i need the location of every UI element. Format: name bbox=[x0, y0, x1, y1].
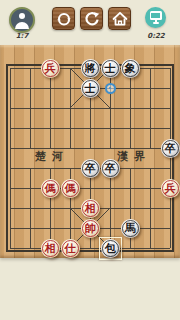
piece-red-advisor[interactable]: 仕 bbox=[61, 239, 80, 258]
home-icon bbox=[111, 10, 129, 28]
piece-red-horse[interactable]: 傌 bbox=[41, 179, 60, 198]
swap-sides-button[interactable] bbox=[52, 7, 75, 30]
undo-arrow-icon bbox=[83, 10, 101, 28]
piece-black-pawn[interactable]: 卒 bbox=[161, 139, 180, 158]
piece-black-cannon[interactable]: 包 bbox=[101, 239, 120, 258]
opponent-computer-icon bbox=[145, 7, 166, 28]
piece-black-pawn[interactable]: 卒 bbox=[101, 159, 120, 178]
piece-red-elephant[interactable]: 相 bbox=[41, 239, 60, 258]
top-bar: 1:7 0:22 bbox=[0, 0, 180, 44]
opponent-timer: 0:22 bbox=[143, 32, 169, 40]
piece-red-general[interactable]: 帥 bbox=[81, 219, 100, 238]
piece-black-pawn[interactable]: 卒 bbox=[81, 159, 100, 178]
person-icon bbox=[19, 13, 25, 19]
swap-arrows-icon bbox=[55, 10, 73, 28]
piece-red-pawn[interactable]: 兵 bbox=[161, 179, 180, 198]
piece-black-horse[interactable]: 馬 bbox=[121, 219, 140, 238]
player-avatar bbox=[9, 7, 35, 33]
move-marker[interactable] bbox=[105, 83, 116, 94]
piece-black-elephant[interactable]: 象 bbox=[121, 59, 140, 78]
monitor-icon bbox=[150, 11, 162, 20]
undo-button[interactable] bbox=[80, 7, 103, 30]
piece-red-pawn[interactable]: 兵 bbox=[41, 59, 60, 78]
home-button[interactable] bbox=[108, 7, 131, 30]
piece-black-advisor[interactable]: 士 bbox=[101, 59, 120, 78]
piece-black-general[interactable]: 將 bbox=[81, 59, 100, 78]
player-timer: 1:7 bbox=[9, 32, 35, 40]
piece-red-elephant[interactable]: 相 bbox=[81, 199, 100, 218]
app-root: { "game": "xiangqi", "top_bar": { "playe… bbox=[0, 0, 180, 320]
piece-red-horse[interactable]: 傌 bbox=[61, 179, 80, 198]
piece-black-advisor[interactable]: 士 bbox=[81, 79, 100, 98]
pieces-layer: 兵將士象士卒卒卒傌傌兵相帥馬相仕包 bbox=[0, 45, 180, 258]
person-icon-body bbox=[15, 22, 29, 29]
xiangqi-board[interactable]: 楚河 漢界 兵將士象士卒卒卒傌傌兵相帥馬相仕包 bbox=[0, 45, 180, 258]
